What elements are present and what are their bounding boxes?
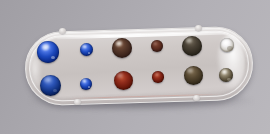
gem-r1c1-blue [37,41,59,63]
gem-r1c5-olive [182,36,202,56]
gem-r2c3-red [114,71,133,90]
gem-r1c3-brown [112,38,132,58]
gem-r1c4-maroon [151,40,163,52]
gem-r2c1-blue-deep [40,75,61,96]
photo-background [0,0,270,134]
gem-r1c6-clear [220,38,235,53]
gem-board [0,0,270,134]
gem-r2c6-olive-gray [219,68,234,83]
gem-r2c2-blue [80,78,93,91]
gem-r1c2-blue [80,43,93,56]
gem-r2c4-red [152,71,164,83]
gem-r2c5-brown-olive [184,66,203,85]
